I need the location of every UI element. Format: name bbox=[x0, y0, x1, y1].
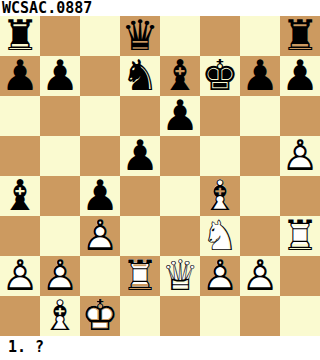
black-pawn-piece[interactable]: ♟ bbox=[0, 56, 40, 96]
square-c4[interactable]: ♟ bbox=[80, 176, 120, 216]
square-f5[interactable] bbox=[200, 136, 240, 176]
black-rook-piece[interactable]: ♜ bbox=[280, 16, 320, 56]
piece-outline: ♙ bbox=[80, 216, 120, 256]
square-e4[interactable] bbox=[160, 176, 200, 216]
square-f1[interactable] bbox=[200, 296, 240, 336]
square-f3[interactable]: ♞♘ bbox=[200, 216, 240, 256]
square-d1[interactable] bbox=[120, 296, 160, 336]
square-g1[interactable] bbox=[240, 296, 280, 336]
square-c5[interactable] bbox=[80, 136, 120, 176]
square-b5[interactable] bbox=[40, 136, 80, 176]
square-d7[interactable]: ♞ bbox=[120, 56, 160, 96]
white-king-piece[interactable]: ♚♔ bbox=[80, 296, 120, 336]
black-bishop-piece[interactable]: ♝ bbox=[0, 176, 40, 216]
piece-outline: ♙ bbox=[240, 256, 280, 296]
black-pawn-piece[interactable]: ♟ bbox=[280, 56, 320, 96]
square-b4[interactable] bbox=[40, 176, 80, 216]
square-b1[interactable]: ♝♗ bbox=[40, 296, 80, 336]
square-d3[interactable] bbox=[120, 216, 160, 256]
square-a5[interactable] bbox=[0, 136, 40, 176]
square-h4[interactable] bbox=[280, 176, 320, 216]
square-a4[interactable]: ♝ bbox=[0, 176, 40, 216]
white-pawn-piece[interactable]: ♟♙ bbox=[40, 256, 80, 296]
square-e2[interactable]: ♛♕ bbox=[160, 256, 200, 296]
piece-outline: ♙ bbox=[40, 256, 80, 296]
square-d4[interactable] bbox=[120, 176, 160, 216]
square-g4[interactable] bbox=[240, 176, 280, 216]
white-pawn-piece[interactable]: ♟♙ bbox=[0, 256, 40, 296]
square-f7[interactable]: ♚ bbox=[200, 56, 240, 96]
square-d5[interactable]: ♟ bbox=[120, 136, 160, 176]
square-e7[interactable]: ♝ bbox=[160, 56, 200, 96]
square-c6[interactable] bbox=[80, 96, 120, 136]
black-queen-piece[interactable]: ♛ bbox=[120, 16, 160, 56]
square-b2[interactable]: ♟♙ bbox=[40, 256, 80, 296]
piece-outline: ♗ bbox=[200, 176, 240, 216]
square-c8[interactable] bbox=[80, 16, 120, 56]
black-bishop-piece[interactable]: ♝ bbox=[160, 56, 200, 96]
square-g8[interactable] bbox=[240, 16, 280, 56]
piece-outline: ♗ bbox=[40, 296, 80, 336]
square-g2[interactable]: ♟♙ bbox=[240, 256, 280, 296]
square-b8[interactable] bbox=[40, 16, 80, 56]
white-pawn-piece[interactable]: ♟♙ bbox=[200, 256, 240, 296]
square-g6[interactable] bbox=[240, 96, 280, 136]
piece-outline: ♘ bbox=[200, 216, 240, 256]
diagram-title: WCSAC.0887 bbox=[0, 0, 320, 16]
square-a7[interactable]: ♟ bbox=[0, 56, 40, 96]
square-e3[interactable] bbox=[160, 216, 200, 256]
white-pawn-piece[interactable]: ♟♙ bbox=[280, 136, 320, 176]
square-f8[interactable] bbox=[200, 16, 240, 56]
square-h3[interactable]: ♜♖ bbox=[280, 216, 320, 256]
piece-outline: ♕ bbox=[160, 256, 200, 296]
white-rook-piece[interactable]: ♜♖ bbox=[280, 216, 320, 256]
square-c7[interactable] bbox=[80, 56, 120, 96]
square-d8[interactable]: ♛ bbox=[120, 16, 160, 56]
square-f4[interactable]: ♝♗ bbox=[200, 176, 240, 216]
white-knight-piece[interactable]: ♞♘ bbox=[200, 216, 240, 256]
white-bishop-piece[interactable]: ♝♗ bbox=[200, 176, 240, 216]
black-pawn-piece[interactable]: ♟ bbox=[240, 56, 280, 96]
white-bishop-piece[interactable]: ♝♗ bbox=[40, 296, 80, 336]
square-h7[interactable]: ♟ bbox=[280, 56, 320, 96]
square-b7[interactable]: ♟ bbox=[40, 56, 80, 96]
square-c3[interactable]: ♟♙ bbox=[80, 216, 120, 256]
square-d6[interactable] bbox=[120, 96, 160, 136]
square-h1[interactable] bbox=[280, 296, 320, 336]
piece-outline: ♔ bbox=[80, 296, 120, 336]
square-g3[interactable] bbox=[240, 216, 280, 256]
square-d2[interactable]: ♜♖ bbox=[120, 256, 160, 296]
black-pawn-piece[interactable]: ♟ bbox=[120, 136, 160, 176]
black-knight-piece[interactable]: ♞ bbox=[120, 56, 160, 96]
square-h2[interactable] bbox=[280, 256, 320, 296]
square-c2[interactable] bbox=[80, 256, 120, 296]
square-b6[interactable] bbox=[40, 96, 80, 136]
white-pawn-piece[interactable]: ♟♙ bbox=[240, 256, 280, 296]
black-pawn-piece[interactable]: ♟ bbox=[80, 176, 120, 216]
piece-outline: ♖ bbox=[280, 216, 320, 256]
piece-outline: ♙ bbox=[280, 136, 320, 176]
square-e1[interactable] bbox=[160, 296, 200, 336]
chess-board: ♜♛♜♟♟♞♝♚♟♟♟♟♟♙♝♟♝♗♟♙♞♘♜♖♟♙♟♙♜♖♛♕♟♙♟♙♝♗♚♔ bbox=[0, 16, 320, 336]
square-e5[interactable] bbox=[160, 136, 200, 176]
square-f6[interactable] bbox=[200, 96, 240, 136]
square-b3[interactable] bbox=[40, 216, 80, 256]
piece-outline: ♙ bbox=[0, 256, 40, 296]
square-a8[interactable]: ♜ bbox=[0, 16, 40, 56]
square-h5[interactable]: ♟♙ bbox=[280, 136, 320, 176]
square-e6[interactable]: ♟ bbox=[160, 96, 200, 136]
white-pawn-piece[interactable]: ♟♙ bbox=[80, 216, 120, 256]
square-c1[interactable]: ♚♔ bbox=[80, 296, 120, 336]
square-a1[interactable] bbox=[0, 296, 40, 336]
square-f2[interactable]: ♟♙ bbox=[200, 256, 240, 296]
white-rook-piece[interactable]: ♜♖ bbox=[120, 256, 160, 296]
square-e8[interactable] bbox=[160, 16, 200, 56]
square-a2[interactable]: ♟♙ bbox=[0, 256, 40, 296]
square-a6[interactable] bbox=[0, 96, 40, 136]
piece-outline: ♙ bbox=[200, 256, 240, 296]
square-g7[interactable]: ♟ bbox=[240, 56, 280, 96]
square-h8[interactable]: ♜ bbox=[280, 16, 320, 56]
square-h6[interactable] bbox=[280, 96, 320, 136]
piece-outline: ♖ bbox=[120, 256, 160, 296]
square-g5[interactable] bbox=[240, 136, 280, 176]
black-pawn-piece[interactable]: ♟ bbox=[40, 56, 80, 96]
white-queen-piece[interactable]: ♛♕ bbox=[160, 256, 200, 296]
square-a3[interactable] bbox=[0, 216, 40, 256]
black-king-piece[interactable]: ♚ bbox=[200, 56, 240, 96]
black-pawn-piece[interactable]: ♟ bbox=[160, 96, 200, 136]
black-rook-piece[interactable]: ♜ bbox=[0, 16, 40, 56]
